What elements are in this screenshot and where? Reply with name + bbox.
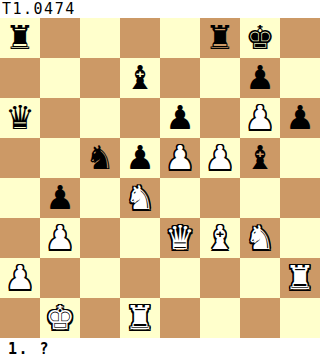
- piece-black-pawn: ♟: [165, 98, 195, 138]
- piece-black-knight: ♞: [85, 138, 115, 178]
- move-prompt: 1. ?: [8, 340, 50, 358]
- square-c5[interactable]: ♞: [80, 138, 120, 178]
- square-e2[interactable]: [160, 258, 200, 298]
- square-b6[interactable]: [40, 98, 80, 138]
- square-c7[interactable]: [80, 58, 120, 98]
- square-e4[interactable]: [160, 178, 200, 218]
- square-e6[interactable]: ♟: [160, 98, 200, 138]
- piece-white-pawn: ♟: [165, 138, 195, 178]
- piece-black-pawn: ♟: [45, 178, 75, 218]
- square-b7[interactable]: [40, 58, 80, 98]
- square-d1[interactable]: ♜: [120, 298, 160, 338]
- square-b1[interactable]: ♚: [40, 298, 80, 338]
- piece-white-pawn: ♟: [245, 98, 275, 138]
- chess-board: ♜♜♚♝♟♛♟♟♟♞♟♟♟♝♟♞♟♛♝♞♟♜♚♜: [0, 18, 320, 338]
- square-h8[interactable]: [280, 18, 320, 58]
- square-a4[interactable]: [0, 178, 40, 218]
- square-h3[interactable]: [280, 218, 320, 258]
- square-a8[interactable]: ♜: [0, 18, 40, 58]
- piece-white-rook: ♜: [285, 258, 315, 298]
- square-e3[interactable]: ♛: [160, 218, 200, 258]
- square-e7[interactable]: [160, 58, 200, 98]
- square-g4[interactable]: [240, 178, 280, 218]
- square-a7[interactable]: [0, 58, 40, 98]
- square-a6[interactable]: ♛: [0, 98, 40, 138]
- square-g8[interactable]: ♚: [240, 18, 280, 58]
- square-b4[interactable]: ♟: [40, 178, 80, 218]
- square-d4[interactable]: ♞: [120, 178, 160, 218]
- square-h7[interactable]: [280, 58, 320, 98]
- square-g2[interactable]: [240, 258, 280, 298]
- square-d5[interactable]: ♟: [120, 138, 160, 178]
- piece-black-rook: ♜: [205, 18, 235, 58]
- square-f2[interactable]: [200, 258, 240, 298]
- piece-white-bishop: ♝: [205, 218, 235, 258]
- square-g7[interactable]: ♟: [240, 58, 280, 98]
- move-bar: 1. ?: [0, 338, 320, 360]
- square-f5[interactable]: ♟: [200, 138, 240, 178]
- square-c1[interactable]: [80, 298, 120, 338]
- square-c2[interactable]: [80, 258, 120, 298]
- square-e1[interactable]: [160, 298, 200, 338]
- piece-black-pawn: ♟: [245, 58, 275, 98]
- square-d3[interactable]: [120, 218, 160, 258]
- square-h6[interactable]: ♟: [280, 98, 320, 138]
- square-g5[interactable]: ♝: [240, 138, 280, 178]
- square-a2[interactable]: ♟: [0, 258, 40, 298]
- square-a1[interactable]: [0, 298, 40, 338]
- piece-white-king: ♚: [45, 298, 75, 338]
- square-a5[interactable]: [0, 138, 40, 178]
- square-h4[interactable]: [280, 178, 320, 218]
- square-c6[interactable]: [80, 98, 120, 138]
- square-h2[interactable]: ♜: [280, 258, 320, 298]
- square-b2[interactable]: [40, 258, 80, 298]
- piece-white-rook: ♜: [125, 298, 155, 338]
- square-h5[interactable]: [280, 138, 320, 178]
- square-f6[interactable]: [200, 98, 240, 138]
- piece-black-pawn: ♟: [285, 98, 315, 138]
- square-c8[interactable]: [80, 18, 120, 58]
- square-c3[interactable]: [80, 218, 120, 258]
- square-b8[interactable]: [40, 18, 80, 58]
- square-a3[interactable]: [0, 218, 40, 258]
- piece-white-pawn: ♟: [45, 218, 75, 258]
- square-e5[interactable]: ♟: [160, 138, 200, 178]
- puzzle-id: T1.0474: [2, 0, 76, 18]
- piece-white-knight: ♞: [125, 178, 155, 218]
- piece-black-queen: ♛: [5, 98, 35, 138]
- square-h1[interactable]: [280, 298, 320, 338]
- square-d2[interactable]: [120, 258, 160, 298]
- square-g6[interactable]: ♟: [240, 98, 280, 138]
- piece-white-queen: ♛: [165, 218, 195, 258]
- title-bar: T1.0474: [0, 0, 320, 18]
- square-d7[interactable]: ♝: [120, 58, 160, 98]
- square-c4[interactable]: [80, 178, 120, 218]
- piece-white-pawn: ♟: [5, 258, 35, 298]
- square-g3[interactable]: ♞: [240, 218, 280, 258]
- square-f3[interactable]: ♝: [200, 218, 240, 258]
- square-b5[interactable]: [40, 138, 80, 178]
- square-g1[interactable]: [240, 298, 280, 338]
- piece-black-bishop: ♝: [125, 58, 155, 98]
- square-e8[interactable]: [160, 18, 200, 58]
- piece-black-bishop: ♝: [245, 138, 275, 178]
- square-d8[interactable]: [120, 18, 160, 58]
- piece-white-pawn: ♟: [205, 138, 235, 178]
- piece-black-pawn: ♟: [125, 138, 155, 178]
- square-f1[interactable]: [200, 298, 240, 338]
- square-f4[interactable]: [200, 178, 240, 218]
- square-b3[interactable]: ♟: [40, 218, 80, 258]
- square-d6[interactable]: [120, 98, 160, 138]
- piece-black-rook: ♜: [5, 18, 35, 58]
- piece-white-knight: ♞: [245, 218, 275, 258]
- square-f7[interactable]: [200, 58, 240, 98]
- square-f8[interactable]: ♜: [200, 18, 240, 58]
- piece-black-king: ♚: [245, 18, 275, 58]
